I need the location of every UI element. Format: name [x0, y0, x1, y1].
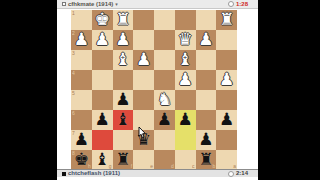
rank-label: 1 [72, 11, 75, 16]
square-b6[interactable] [196, 110, 217, 130]
square-a3[interactable] [216, 50, 237, 70]
rank-label: 7 [72, 131, 75, 136]
letterbox-right [258, 0, 320, 180]
square-f3[interactable]: ♝ [113, 50, 134, 70]
black-pawn-piece: ♟ [92, 109, 113, 129]
white-knight-piece: ♞ [154, 89, 175, 109]
square-d3[interactable] [154, 50, 175, 70]
square-b5[interactable] [196, 90, 217, 110]
rank-label: 8 [72, 151, 75, 156]
square-f2[interactable]: ♟ [113, 30, 134, 50]
chevron-down-icon[interactable] [115, 1, 118, 8]
square-a4[interactable]: ♟ [216, 70, 237, 90]
bottom-player-clock: 2:14 [236, 170, 248, 177]
black-pawn-piece: ♟ [196, 129, 217, 149]
square-g2[interactable]: ♟ [92, 30, 113, 50]
bottom-player-bar: chtcheflash (1911) 2:14 [57, 169, 258, 177]
square-g6[interactable]: ♟ [92, 110, 113, 130]
rank-label: 6 [72, 111, 75, 116]
square-h3[interactable]: 3 [71, 50, 92, 70]
rank-label: 4 [72, 71, 75, 76]
white-pawn-piece: ♟ [216, 69, 237, 89]
square-e3[interactable]: ♟ [133, 50, 154, 70]
white-king-piece: ♚ [92, 9, 113, 29]
square-c1[interactable] [175, 10, 196, 30]
square-c7[interactable] [175, 130, 196, 150]
square-a7[interactable] [216, 130, 237, 150]
square-f4[interactable] [113, 70, 134, 90]
rank-label: 5 [72, 91, 75, 96]
square-b8[interactable]: b♜ [196, 150, 217, 170]
square-b2[interactable]: ♟ [196, 30, 217, 50]
square-c5[interactable] [175, 90, 196, 110]
square-a6[interactable]: ♟ [216, 110, 237, 130]
square-c4[interactable]: ♟ [175, 70, 196, 90]
square-e4[interactable] [133, 70, 154, 90]
square-a8[interactable]: a [216, 150, 237, 170]
square-f1[interactable]: ♜ [113, 10, 134, 30]
square-d1[interactable] [154, 10, 175, 30]
square-e8[interactable]: e [133, 150, 154, 170]
top-player-name[interactable]: cfhkmate (1914) [68, 1, 113, 8]
top-player-clock: 1:28 [236, 1, 248, 8]
square-f7[interactable] [113, 130, 134, 150]
square-b3[interactable] [196, 50, 217, 70]
square-g5[interactable] [92, 90, 113, 110]
square-h8[interactable]: 8h♚ [71, 150, 92, 170]
white-pawn-piece: ♟ [175, 69, 196, 89]
black-bishop-piece: ♝ [113, 109, 134, 129]
bottom-player-name[interactable]: chtcheflash (1911) [68, 170, 120, 177]
square-g3[interactable] [92, 50, 113, 70]
square-d2[interactable] [154, 30, 175, 50]
square-b4[interactable] [196, 70, 217, 90]
square-f5[interactable]: ♟ [113, 90, 134, 110]
square-c6[interactable]: ♟ [175, 110, 196, 130]
square-d8[interactable]: d [154, 150, 175, 170]
white-rook-piece: ♜ [216, 9, 237, 29]
top-player-bar: cfhkmate (1914) 1:28 [57, 0, 258, 9]
square-g4[interactable] [92, 70, 113, 90]
rank-label: 2 [72, 31, 75, 36]
white-rook-piece: ♜ [113, 9, 134, 29]
square-f8[interactable]: f♜ [113, 150, 134, 170]
square-h6[interactable]: 6 [71, 110, 92, 130]
white-pawn-piece: ♟ [196, 29, 217, 49]
square-g7[interactable] [92, 130, 113, 150]
black-pawn-piece: ♟ [113, 89, 134, 109]
square-e5[interactable] [133, 90, 154, 110]
letterbox-left [0, 0, 57, 180]
square-g8[interactable]: g♝ [92, 150, 113, 170]
square-e2[interactable] [133, 30, 154, 50]
black-pawn-piece: ♟ [154, 109, 175, 129]
square-a1[interactable]: ♜ [216, 10, 237, 30]
rank-label: 3 [72, 51, 75, 56]
clock-icon [228, 1, 234, 7]
square-f6[interactable]: ♝ [113, 110, 134, 130]
square-h2[interactable]: 2♟ [71, 30, 92, 50]
white-color-icon [62, 2, 66, 6]
clock-icon [228, 171, 234, 177]
square-d4[interactable] [154, 70, 175, 90]
square-a5[interactable] [216, 90, 237, 110]
square-b1[interactable] [196, 10, 217, 30]
square-h4[interactable]: 4 [71, 70, 92, 90]
square-d6[interactable]: ♟ [154, 110, 175, 130]
square-d7[interactable] [154, 130, 175, 150]
square-c3[interactable]: ♝ [175, 50, 196, 70]
square-c8[interactable]: c [175, 150, 196, 170]
square-a2[interactable] [216, 30, 237, 50]
square-g1[interactable]: ♚ [92, 10, 113, 30]
square-h1[interactable]: 1 [71, 10, 92, 30]
square-c2[interactable]: ♛ [175, 30, 196, 50]
square-h5[interactable]: 5 [71, 90, 92, 110]
white-queen-piece: ♛ [175, 29, 196, 49]
square-e1[interactable] [133, 10, 154, 30]
white-bishop-piece: ♝ [113, 49, 134, 69]
black-color-icon [62, 172, 66, 176]
black-pawn-piece: ♟ [175, 109, 196, 129]
white-pawn-piece: ♟ [92, 29, 113, 49]
white-pawn-piece: ♟ [113, 29, 134, 49]
square-d5[interactable]: ♞ [154, 90, 175, 110]
white-bishop-piece: ♝ [175, 49, 196, 69]
square-h7[interactable]: 7♟ [71, 130, 92, 150]
chess-board: 1♚♜♜2♟♟♟♛♟3♝♟♝4♟♟5♟♞6♟♝♟♟♟7♟♛♟8h♚g♝f♜edc… [71, 10, 237, 170]
black-pawn-piece: ♟ [216, 109, 237, 129]
white-pawn-piece: ♟ [133, 49, 154, 69]
square-b7[interactable]: ♟ [196, 130, 217, 150]
mouse-cursor [138, 127, 146, 139]
